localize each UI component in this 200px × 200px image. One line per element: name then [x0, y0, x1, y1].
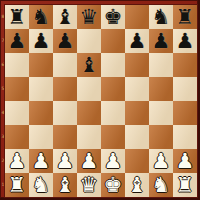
square-a1[interactable]: ♜ [5, 173, 29, 197]
white-knight[interactable]: ♞ [152, 173, 171, 197]
square-c6[interactable] [53, 53, 77, 77]
square-g4[interactable] [149, 101, 173, 125]
square-b5[interactable] [29, 77, 53, 101]
black-knight[interactable]: ♞ [32, 5, 51, 29]
square-d2[interactable]: ♟ [77, 149, 101, 173]
square-f8[interactable] [125, 5, 149, 29]
square-b4[interactable] [29, 101, 53, 125]
square-h6[interactable] [173, 53, 197, 77]
square-f1[interactable]: ♝ [125, 173, 149, 197]
white-pawn[interactable]: ♟ [8, 149, 27, 173]
white-rook[interactable]: ♜ [176, 173, 195, 197]
square-d1[interactable]: ♛ [77, 173, 101, 197]
square-a2[interactable]: ♟ [5, 149, 29, 173]
square-b8[interactable]: ♞ [29, 5, 53, 29]
white-pawn[interactable]: ♟ [176, 149, 195, 173]
square-a6[interactable] [5, 53, 29, 77]
square-f7[interactable]: ♟ [125, 29, 149, 53]
square-d4[interactable] [77, 101, 101, 125]
square-e4[interactable] [101, 101, 125, 125]
black-pawn[interactable]: ♟ [8, 29, 27, 53]
square-a8[interactable]: ♜ [5, 5, 29, 29]
square-g7[interactable]: ♟ [149, 29, 173, 53]
square-h8[interactable]: ♜ [173, 5, 197, 29]
black-bishop[interactable]: ♝ [56, 5, 75, 29]
black-bishop[interactable]: ♝ [80, 53, 99, 77]
white-rook[interactable]: ♜ [8, 173, 27, 197]
square-b3[interactable] [29, 125, 53, 149]
chess-board: ♜♞♝♛♚♞♜♟♟♟♟♟♟♝♟♟♟♟♟♟♟♜♞♝♛♚♝♞♜ [5, 5, 197, 197]
square-a4[interactable] [5, 101, 29, 125]
square-c3[interactable] [53, 125, 77, 149]
black-king[interactable]: ♚ [104, 5, 123, 29]
square-f5[interactable] [125, 77, 149, 101]
square-c4[interactable] [53, 101, 77, 125]
black-pawn[interactable]: ♟ [152, 29, 171, 53]
white-pawn[interactable]: ♟ [80, 149, 99, 173]
square-c8[interactable]: ♝ [53, 5, 77, 29]
square-e6[interactable] [101, 53, 125, 77]
square-a7[interactable]: ♟ [5, 29, 29, 53]
square-d3[interactable] [77, 125, 101, 149]
chess-board-frame: 87654321 ABCDEFGH ♜♞♝♛♚♞♜♟♟♟♟♟♟♝♟♟♟♟♟♟♟♜… [0, 0, 198, 198]
square-b6[interactable] [29, 53, 53, 77]
black-pawn[interactable]: ♟ [128, 29, 147, 53]
square-c5[interactable] [53, 77, 77, 101]
white-king[interactable]: ♚ [104, 173, 123, 197]
black-queen[interactable]: ♛ [80, 5, 99, 29]
square-h3[interactable] [173, 125, 197, 149]
square-f3[interactable] [125, 125, 149, 149]
square-g8[interactable]: ♞ [149, 5, 173, 29]
white-pawn[interactable]: ♟ [32, 149, 51, 173]
square-f2[interactable] [125, 149, 149, 173]
square-c1[interactable]: ♝ [53, 173, 77, 197]
square-f6[interactable] [125, 53, 149, 77]
square-e5[interactable] [101, 77, 125, 101]
white-bishop[interactable]: ♝ [128, 173, 147, 197]
square-h1[interactable]: ♜ [173, 173, 197, 197]
square-d5[interactable] [77, 77, 101, 101]
black-pawn[interactable]: ♟ [176, 29, 195, 53]
square-g5[interactable] [149, 77, 173, 101]
square-b1[interactable]: ♞ [29, 173, 53, 197]
square-c7[interactable]: ♟ [53, 29, 77, 53]
square-e7[interactable] [101, 29, 125, 53]
white-pawn[interactable]: ♟ [104, 149, 123, 173]
square-h2[interactable]: ♟ [173, 149, 197, 173]
white-knight[interactable]: ♞ [32, 173, 51, 197]
square-d7[interactable] [77, 29, 101, 53]
white-pawn[interactable]: ♟ [56, 149, 75, 173]
white-pawn[interactable]: ♟ [152, 149, 171, 173]
black-knight[interactable]: ♞ [152, 5, 171, 29]
square-e1[interactable]: ♚ [101, 173, 125, 197]
square-a3[interactable] [5, 125, 29, 149]
square-c2[interactable]: ♟ [53, 149, 77, 173]
square-e2[interactable]: ♟ [101, 149, 125, 173]
square-g2[interactable]: ♟ [149, 149, 173, 173]
square-g3[interactable] [149, 125, 173, 149]
white-bishop[interactable]: ♝ [56, 173, 75, 197]
square-e8[interactable]: ♚ [101, 5, 125, 29]
square-a5[interactable] [5, 77, 29, 101]
square-h4[interactable] [173, 101, 197, 125]
square-d8[interactable]: ♛ [77, 5, 101, 29]
square-g6[interactable] [149, 53, 173, 77]
square-b2[interactable]: ♟ [29, 149, 53, 173]
square-h7[interactable]: ♟ [173, 29, 197, 53]
square-g1[interactable]: ♞ [149, 173, 173, 197]
black-pawn[interactable]: ♟ [32, 29, 51, 53]
black-pawn[interactable]: ♟ [56, 29, 75, 53]
white-queen[interactable]: ♛ [80, 173, 99, 197]
square-h5[interactable] [173, 77, 197, 101]
square-e3[interactable] [101, 125, 125, 149]
black-rook[interactable]: ♜ [8, 5, 27, 29]
black-rook[interactable]: ♜ [176, 5, 195, 29]
square-f4[interactable] [125, 101, 149, 125]
square-b7[interactable]: ♟ [29, 29, 53, 53]
square-d6[interactable]: ♝ [77, 53, 101, 77]
